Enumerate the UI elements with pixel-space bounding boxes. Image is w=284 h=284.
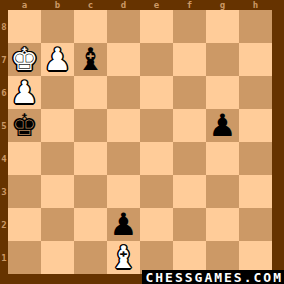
- black-pawn: ♟: [209, 110, 237, 141]
- white-bishop: ♝: [110, 242, 138, 273]
- square-d3[interactable]: [107, 175, 140, 208]
- file-label-b: b: [41, 0, 74, 10]
- square-c2[interactable]: [74, 208, 107, 241]
- square-b7[interactable]: ♟: [41, 43, 74, 76]
- square-h8[interactable]: [239, 10, 272, 43]
- square-c6[interactable]: [74, 76, 107, 109]
- chessgames-watermark[interactable]: CHESSGAMES.COM: [142, 270, 284, 284]
- square-d7[interactable]: [107, 43, 140, 76]
- square-c1[interactable]: [74, 241, 107, 274]
- square-c4[interactable]: [74, 142, 107, 175]
- square-f2[interactable]: [173, 208, 206, 241]
- square-a3[interactable]: [8, 175, 41, 208]
- square-b8[interactable]: [41, 10, 74, 43]
- black-bishop: ♝: [77, 44, 105, 75]
- square-h7[interactable]: [239, 43, 272, 76]
- square-g8[interactable]: [206, 10, 239, 43]
- file-label-c: c: [74, 0, 107, 10]
- rank-labels: 87654321: [0, 10, 8, 274]
- square-f8[interactable]: [173, 10, 206, 43]
- square-e2[interactable]: [140, 208, 173, 241]
- white-king: ♚: [11, 44, 39, 75]
- rank-label-3: 3: [0, 175, 8, 208]
- square-f3[interactable]: [173, 175, 206, 208]
- square-h3[interactable]: [239, 175, 272, 208]
- black-king: ♚: [11, 110, 39, 141]
- square-f4[interactable]: [173, 142, 206, 175]
- file-labels: abcdefgh: [8, 0, 272, 10]
- white-pawn: ♟: [44, 44, 72, 75]
- square-a2[interactable]: [8, 208, 41, 241]
- file-label-e: e: [140, 0, 173, 10]
- file-label-f: f: [173, 0, 206, 10]
- square-f7[interactable]: [173, 43, 206, 76]
- square-b3[interactable]: [41, 175, 74, 208]
- square-d1[interactable]: ♝: [107, 241, 140, 274]
- square-a7[interactable]: ♚: [8, 43, 41, 76]
- rank-label-6: 6: [0, 76, 8, 109]
- rank-label-5: 5: [0, 109, 8, 142]
- square-b2[interactable]: [41, 208, 74, 241]
- square-a8[interactable]: [8, 10, 41, 43]
- square-e7[interactable]: [140, 43, 173, 76]
- square-g7[interactable]: [206, 43, 239, 76]
- square-e6[interactable]: [140, 76, 173, 109]
- rank-label-7: 7: [0, 43, 8, 76]
- square-d2[interactable]: ♟: [107, 208, 140, 241]
- square-f5[interactable]: [173, 109, 206, 142]
- square-h5[interactable]: [239, 109, 272, 142]
- square-g2[interactable]: [206, 208, 239, 241]
- square-g4[interactable]: [206, 142, 239, 175]
- file-label-h: h: [239, 0, 272, 10]
- square-d5[interactable]: [107, 109, 140, 142]
- square-b1[interactable]: [41, 241, 74, 274]
- square-d6[interactable]: [107, 76, 140, 109]
- square-b5[interactable]: [41, 109, 74, 142]
- square-a4[interactable]: [8, 142, 41, 175]
- rank-label-2: 2: [0, 208, 8, 241]
- rank-label-4: 4: [0, 142, 8, 175]
- square-g3[interactable]: [206, 175, 239, 208]
- file-label-a: a: [8, 0, 41, 10]
- square-a6[interactable]: ♟: [8, 76, 41, 109]
- square-b6[interactable]: [41, 76, 74, 109]
- square-d8[interactable]: [107, 10, 140, 43]
- square-g5[interactable]: ♟: [206, 109, 239, 142]
- white-pawn: ♟: [11, 77, 39, 108]
- black-pawn: ♟: [110, 209, 138, 240]
- square-e5[interactable]: [140, 109, 173, 142]
- rank-label-8: 8: [0, 10, 8, 43]
- square-g6[interactable]: [206, 76, 239, 109]
- square-d4[interactable]: [107, 142, 140, 175]
- file-label-g: g: [206, 0, 239, 10]
- file-label-d: d: [107, 0, 140, 10]
- square-h4[interactable]: [239, 142, 272, 175]
- square-c7[interactable]: ♝: [74, 43, 107, 76]
- square-e4[interactable]: [140, 142, 173, 175]
- square-b4[interactable]: [41, 142, 74, 175]
- square-e8[interactable]: [140, 10, 173, 43]
- square-c5[interactable]: [74, 109, 107, 142]
- square-c3[interactable]: [74, 175, 107, 208]
- square-h2[interactable]: [239, 208, 272, 241]
- rank-label-1: 1: [0, 241, 8, 274]
- square-h6[interactable]: [239, 76, 272, 109]
- square-e3[interactable]: [140, 175, 173, 208]
- square-a1[interactable]: [8, 241, 41, 274]
- square-a5[interactable]: ♚: [8, 109, 41, 142]
- chess-diagram: abcdefgh 87654321 ♚♟♝♟♚♟♟♝ CHESSGAMES.CO…: [0, 0, 284, 284]
- chess-board: ♚♟♝♟♚♟♟♝: [8, 10, 272, 274]
- square-c8[interactable]: [74, 10, 107, 43]
- square-f6[interactable]: [173, 76, 206, 109]
